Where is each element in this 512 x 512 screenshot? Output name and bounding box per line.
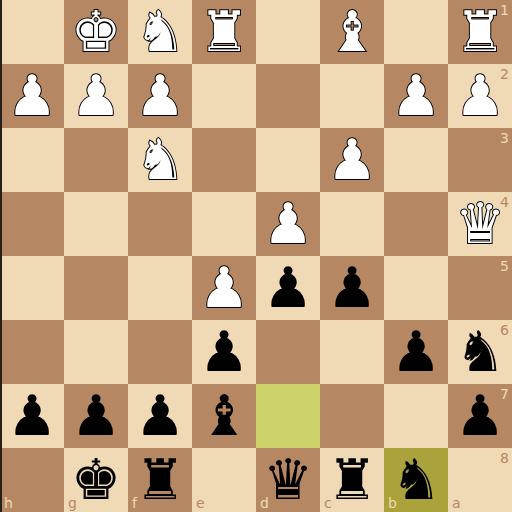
square-e1[interactable]: ♜: [192, 0, 256, 64]
square-g3[interactable]: [64, 128, 128, 192]
square-h2[interactable]: ♟: [0, 64, 64, 128]
white-pawn[interactable]: ♟: [448, 64, 512, 128]
square-c6[interactable]: [320, 320, 384, 384]
black-pawn[interactable]: ♟: [192, 320, 256, 384]
black-bishop[interactable]: ♝: [192, 384, 256, 448]
square-g6[interactable]: [64, 320, 128, 384]
square-a8[interactable]: 8a: [448, 448, 512, 512]
square-f8[interactable]: ♜f: [128, 448, 192, 512]
white-pawn[interactable]: ♟: [192, 256, 256, 320]
square-f2[interactable]: ♟: [128, 64, 192, 128]
square-a4[interactable]: ♛4: [448, 192, 512, 256]
square-h4[interactable]: [0, 192, 64, 256]
square-b2[interactable]: ♟: [384, 64, 448, 128]
square-g4[interactable]: [64, 192, 128, 256]
square-g1[interactable]: ♚: [64, 0, 128, 64]
white-queen[interactable]: ♛: [448, 192, 512, 256]
square-h6[interactable]: [0, 320, 64, 384]
square-b7[interactable]: [384, 384, 448, 448]
rank-label-5: 5: [500, 259, 509, 273]
square-f4[interactable]: [128, 192, 192, 256]
square-e5[interactable]: ♟: [192, 256, 256, 320]
square-f5[interactable]: [128, 256, 192, 320]
square-h8[interactable]: h: [0, 448, 64, 512]
square-f1[interactable]: ♞: [128, 0, 192, 64]
white-bishop[interactable]: ♝: [320, 0, 384, 64]
square-a6[interactable]: ♞6: [448, 320, 512, 384]
black-pawn[interactable]: ♟: [448, 384, 512, 448]
black-pawn[interactable]: ♟: [320, 256, 384, 320]
square-e2[interactable]: [192, 64, 256, 128]
square-f6[interactable]: [128, 320, 192, 384]
square-d6[interactable]: [256, 320, 320, 384]
square-a7[interactable]: ♟7: [448, 384, 512, 448]
white-knight[interactable]: ♞: [128, 128, 192, 192]
square-e8[interactable]: e: [192, 448, 256, 512]
board-left-edge: [0, 0, 2, 512]
square-h5[interactable]: [0, 256, 64, 320]
black-knight[interactable]: ♞: [448, 320, 512, 384]
square-b5[interactable]: [384, 256, 448, 320]
square-h7[interactable]: ♟: [0, 384, 64, 448]
square-e3[interactable]: [192, 128, 256, 192]
rank-label-8: 8: [500, 451, 509, 465]
white-rook[interactable]: ♜: [448, 0, 512, 64]
square-h1[interactable]: [0, 0, 64, 64]
square-a5[interactable]: 5: [448, 256, 512, 320]
file-label-e: e: [196, 496, 205, 510]
square-h3[interactable]: [0, 128, 64, 192]
square-c5[interactable]: ♟: [320, 256, 384, 320]
black-pawn[interactable]: ♟: [128, 384, 192, 448]
square-b1[interactable]: [384, 0, 448, 64]
black-rook[interactable]: ♜: [320, 448, 384, 512]
square-d2[interactable]: [256, 64, 320, 128]
square-b3[interactable]: [384, 128, 448, 192]
square-f7[interactable]: ♟: [128, 384, 192, 448]
square-e7[interactable]: ♝: [192, 384, 256, 448]
square-e6[interactable]: ♟: [192, 320, 256, 384]
white-king[interactable]: ♚: [64, 0, 128, 64]
square-c4[interactable]: [320, 192, 384, 256]
square-b6[interactable]: ♟: [384, 320, 448, 384]
square-d4[interactable]: ♟: [256, 192, 320, 256]
square-c8[interactable]: ♜c: [320, 448, 384, 512]
square-a1[interactable]: ♜1: [448, 0, 512, 64]
white-pawn[interactable]: ♟: [64, 64, 128, 128]
square-c2[interactable]: [320, 64, 384, 128]
white-rook[interactable]: ♜: [192, 0, 256, 64]
black-rook[interactable]: ♜: [128, 448, 192, 512]
white-knight[interactable]: ♞: [128, 0, 192, 64]
square-d1[interactable]: [256, 0, 320, 64]
white-pawn[interactable]: ♟: [384, 64, 448, 128]
square-g2[interactable]: ♟: [64, 64, 128, 128]
black-queen[interactable]: ♛: [256, 448, 320, 512]
black-knight[interactable]: ♞: [384, 448, 448, 512]
black-pawn[interactable]: ♟: [64, 384, 128, 448]
chess-board: ♚♞♜♝♜1♟♟♟♟♟2♞♟3♟♛4♟♟♟5♟♟♞6♟♟♟♝♟7h♚g♜fe♛d…: [0, 0, 512, 512]
chess-app: ♚♞♜♝♜1♟♟♟♟♟2♞♟3♟♛4♟♟♟5♟♟♞6♟♟♟♝♟7h♚g♜fe♛d…: [0, 0, 512, 512]
square-c1[interactable]: ♝: [320, 0, 384, 64]
white-pawn[interactable]: ♟: [128, 64, 192, 128]
square-d5[interactable]: ♟: [256, 256, 320, 320]
square-c3[interactable]: ♟: [320, 128, 384, 192]
square-d3[interactable]: [256, 128, 320, 192]
square-g8[interactable]: ♚g: [64, 448, 128, 512]
square-g7[interactable]: ♟: [64, 384, 128, 448]
white-pawn[interactable]: ♟: [0, 64, 64, 128]
white-pawn[interactable]: ♟: [256, 192, 320, 256]
square-b4[interactable]: [384, 192, 448, 256]
black-king[interactable]: ♚: [64, 448, 128, 512]
square-g5[interactable]: [64, 256, 128, 320]
file-label-h: h: [4, 496, 13, 510]
square-c7[interactable]: [320, 384, 384, 448]
square-f3[interactable]: ♞: [128, 128, 192, 192]
file-label-a: a: [452, 496, 461, 510]
white-pawn[interactable]: ♟: [320, 128, 384, 192]
black-pawn[interactable]: ♟: [384, 320, 448, 384]
square-a2[interactable]: ♟2: [448, 64, 512, 128]
square-d7[interactable]: [256, 384, 320, 448]
square-a3[interactable]: 3: [448, 128, 512, 192]
square-b8[interactable]: ♞b: [384, 448, 448, 512]
black-pawn[interactable]: ♟: [256, 256, 320, 320]
rank-label-3: 3: [500, 131, 509, 145]
square-e4[interactable]: [192, 192, 256, 256]
black-pawn[interactable]: ♟: [0, 384, 64, 448]
square-d8[interactable]: ♛d: [256, 448, 320, 512]
